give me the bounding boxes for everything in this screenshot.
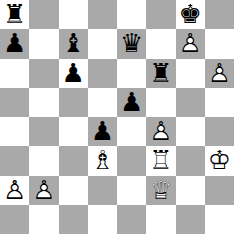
piece-black-pawn: ♟	[91, 117, 114, 146]
square-a6[interactable]	[0, 59, 29, 88]
square-h4[interactable]	[205, 117, 234, 146]
square-d4[interactable]: ♟	[88, 117, 117, 146]
square-b1[interactable]	[29, 205, 58, 234]
square-c6[interactable]: ♟	[59, 59, 88, 88]
square-h3[interactable]: ♚♔	[205, 146, 234, 175]
chess-board: ♜♚♟♝♛♟♙♟♜♟♙♟♟♟♙♝♗♜♖♚♔♟♙♟♙♛♕	[0, 0, 234, 234]
piece-white-rook: ♜♖	[149, 146, 172, 175]
square-a8[interactable]: ♜	[0, 0, 29, 29]
square-b7[interactable]	[29, 29, 58, 58]
square-f4[interactable]: ♟♙	[146, 117, 175, 146]
square-b8[interactable]	[29, 0, 58, 29]
square-h5[interactable]	[205, 88, 234, 117]
square-h6[interactable]: ♟♙	[205, 59, 234, 88]
square-g3[interactable]	[176, 146, 205, 175]
square-c5[interactable]	[59, 88, 88, 117]
square-e2[interactable]	[117, 176, 146, 205]
piece-white-king: ♚♔	[208, 146, 231, 175]
square-f5[interactable]	[146, 88, 175, 117]
square-g8[interactable]: ♚	[176, 0, 205, 29]
square-b3[interactable]	[29, 146, 58, 175]
square-e4[interactable]	[117, 117, 146, 146]
square-g4[interactable]	[176, 117, 205, 146]
square-a2[interactable]: ♟♙	[0, 176, 29, 205]
piece-black-pawn: ♟	[3, 29, 26, 58]
square-d5[interactable]	[88, 88, 117, 117]
square-c7[interactable]: ♝	[59, 29, 88, 58]
square-e3[interactable]	[117, 146, 146, 175]
square-f1[interactable]	[146, 205, 175, 234]
square-g6[interactable]	[176, 59, 205, 88]
square-f3[interactable]: ♜♖	[146, 146, 175, 175]
square-f6[interactable]: ♜	[146, 59, 175, 88]
piece-white-bishop: ♝♗	[91, 146, 114, 175]
square-g1[interactable]	[176, 205, 205, 234]
square-f2[interactable]: ♛♕	[146, 176, 175, 205]
piece-black-king: ♚	[178, 0, 201, 29]
piece-white-queen: ♛♕	[149, 176, 172, 205]
square-c1[interactable]	[59, 205, 88, 234]
piece-black-pawn: ♟	[120, 88, 143, 117]
square-a5[interactable]	[0, 88, 29, 117]
square-c8[interactable]	[59, 0, 88, 29]
piece-black-queen: ♛	[120, 29, 143, 58]
piece-white-pawn: ♟♙	[32, 176, 55, 205]
piece-white-pawn: ♟♙	[149, 117, 172, 146]
square-e1[interactable]	[117, 205, 146, 234]
square-d3[interactable]: ♝♗	[88, 146, 117, 175]
square-h7[interactable]	[205, 29, 234, 58]
square-f8[interactable]	[146, 0, 175, 29]
square-d6[interactable]	[88, 59, 117, 88]
square-e8[interactable]	[117, 0, 146, 29]
square-a7[interactable]: ♟	[0, 29, 29, 58]
square-c2[interactable]	[59, 176, 88, 205]
square-b5[interactable]	[29, 88, 58, 117]
square-a3[interactable]	[0, 146, 29, 175]
square-e5[interactable]: ♟	[117, 88, 146, 117]
square-e6[interactable]	[117, 59, 146, 88]
piece-black-bishop: ♝	[61, 29, 84, 58]
square-h8[interactable]	[205, 0, 234, 29]
square-c3[interactable]	[59, 146, 88, 175]
square-b2[interactable]: ♟♙	[29, 176, 58, 205]
square-g2[interactable]	[176, 176, 205, 205]
piece-white-pawn: ♟♙	[208, 59, 231, 88]
square-d1[interactable]	[88, 205, 117, 234]
square-f7[interactable]	[146, 29, 175, 58]
square-c4[interactable]	[59, 117, 88, 146]
square-a4[interactable]	[0, 117, 29, 146]
square-d2[interactable]	[88, 176, 117, 205]
square-d8[interactable]	[88, 0, 117, 29]
square-h1[interactable]	[205, 205, 234, 234]
piece-black-rook: ♜	[3, 0, 26, 29]
square-b4[interactable]	[29, 117, 58, 146]
square-h2[interactable]	[205, 176, 234, 205]
piece-white-pawn: ♟♙	[178, 29, 201, 58]
square-a1[interactable]	[0, 205, 29, 234]
square-b6[interactable]	[29, 59, 58, 88]
piece-white-pawn: ♟♙	[3, 176, 26, 205]
piece-black-rook: ♜	[149, 59, 172, 88]
square-e7[interactable]: ♛	[117, 29, 146, 58]
square-g5[interactable]	[176, 88, 205, 117]
piece-black-pawn: ♟	[61, 59, 84, 88]
square-d7[interactable]	[88, 29, 117, 58]
square-g7[interactable]: ♟♙	[176, 29, 205, 58]
